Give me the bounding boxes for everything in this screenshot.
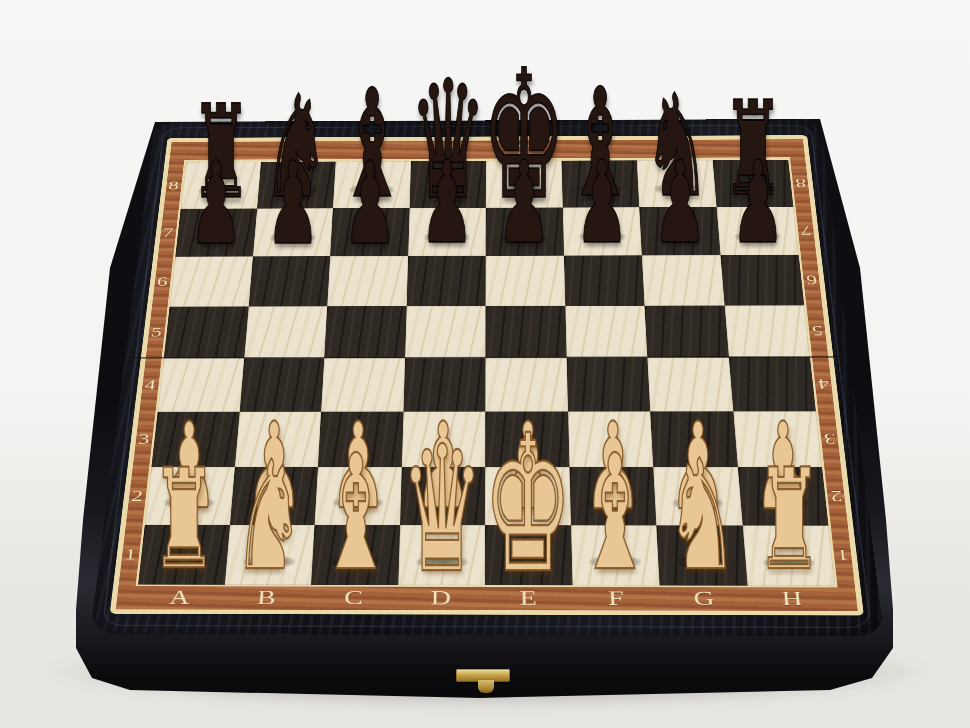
black-pawn[interactable]: ♟ <box>420 146 475 260</box>
white-rook[interactable]: ♜ <box>151 451 217 589</box>
black-pawn[interactable]: ♟ <box>497 146 552 260</box>
white-bishop[interactable]: ♝ <box>317 435 393 594</box>
white-knight[interactable]: ♞ <box>666 441 738 593</box>
white-knight[interactable]: ♞ <box>234 442 306 592</box>
black-pawn[interactable]: ♟ <box>730 145 785 259</box>
black-pawn[interactable]: ♟ <box>265 147 320 261</box>
white-rook[interactable]: ♜ <box>756 451 823 591</box>
white-queen[interactable]: ♛ <box>400 423 483 597</box>
white-bishop[interactable]: ♝ <box>577 435 653 594</box>
black-pawn[interactable]: ♟ <box>343 146 398 260</box>
white-king[interactable]: ♚ <box>483 411 573 600</box>
black-pawn[interactable]: ♟ <box>189 147 244 261</box>
pieces-layer: ♜♞♝♛♚♝♞♜♟♟♟♟♟♟♟♟♟♟♟♟♟♟♟♟♜♞♝♛♚♝♞♜ <box>0 0 970 728</box>
black-pawn[interactable]: ♟ <box>575 146 630 260</box>
black-pawn[interactable]: ♟ <box>653 146 708 260</box>
